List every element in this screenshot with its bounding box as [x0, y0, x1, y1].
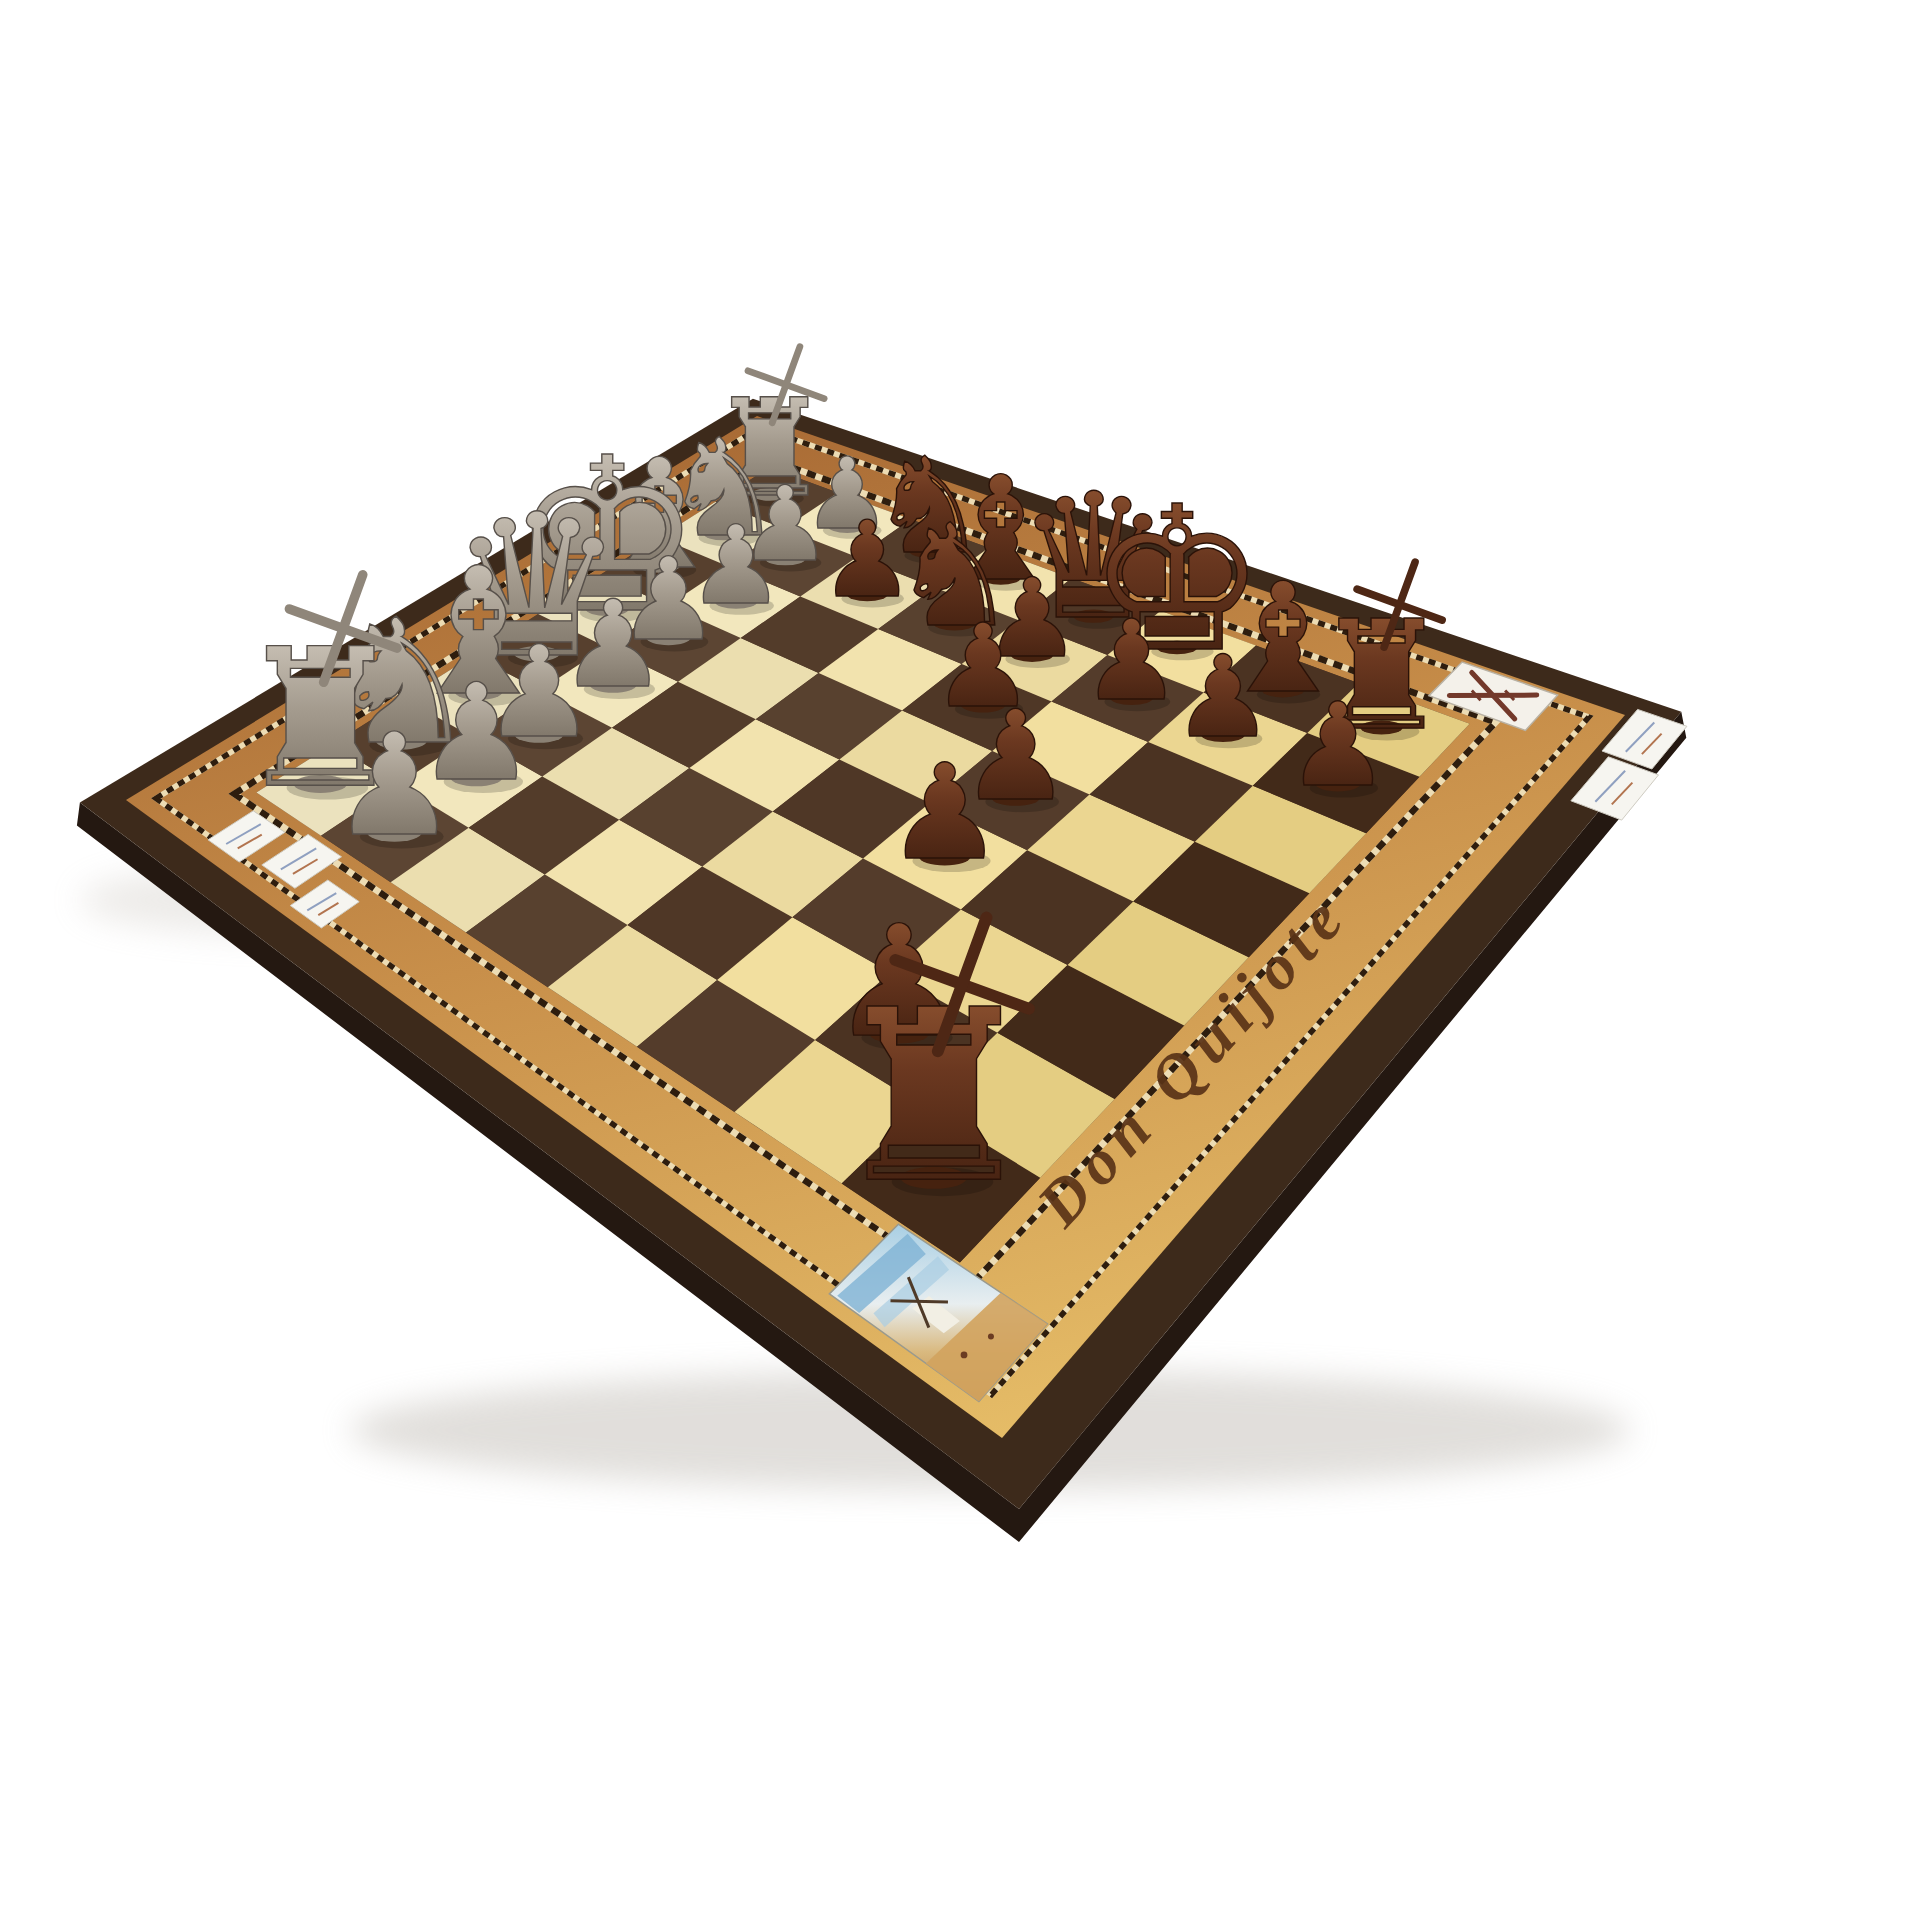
product-photo: Don Quijote♜♟♞♞♟♝♝♟♟♚♛♞♟♚♛♟♟♝♝♟♟♜♟♟♞♟♟♜♟…	[0, 0, 1920, 1920]
piece-black-p[interactable]: ♟	[886, 736, 1004, 889]
piece-black-p[interactable]: ♟	[1172, 631, 1273, 763]
copper-p-glyph: ♟	[1172, 631, 1273, 763]
silver-p-glyph: ♟	[331, 703, 458, 867]
copper-p-glyph: ♟	[1082, 596, 1181, 725]
piece-white-p[interactable]: ♟	[331, 703, 458, 867]
copper-p-glyph: ♟	[886, 736, 1004, 889]
piece-black-p[interactable]: ♟	[1082, 596, 1181, 725]
copper-p-glyph: ♟	[1286, 678, 1389, 812]
chessboard-photo: Don Quijote♜♟♞♞♟♝♝♟♟♚♛♞♟♚♛♟♟♝♝♟♟♜♟♟♞♟♟♜♟…	[0, 0, 1920, 1920]
piece-black-p[interactable]: ♟	[1286, 678, 1389, 812]
piece-black-r[interactable]: ♜	[827, 918, 1040, 1235]
